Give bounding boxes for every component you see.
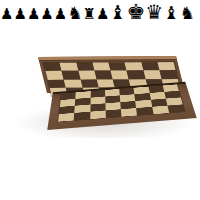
- board-square: [143, 70, 161, 78]
- board-square: [111, 71, 129, 79]
- board-square: [167, 104, 185, 113]
- board-square: [58, 113, 74, 122]
- board-square: [78, 71, 96, 79]
- board-square: [105, 109, 121, 118]
- board-square: [90, 110, 106, 119]
- board-square: [109, 62, 127, 70]
- board-square: [74, 112, 90, 121]
- board-square: [157, 62, 175, 70]
- board-square: [141, 62, 159, 70]
- chess-set-product-photo: ♟♟♟♟♟♞♜♟♝♚♛♝♞: [0, 0, 200, 200]
- board-square: [152, 106, 169, 115]
- board-square: [121, 108, 137, 117]
- board-square: [159, 70, 177, 78]
- board-square: [80, 79, 98, 87]
- board-square: [136, 107, 153, 116]
- board-square: [76, 63, 94, 71]
